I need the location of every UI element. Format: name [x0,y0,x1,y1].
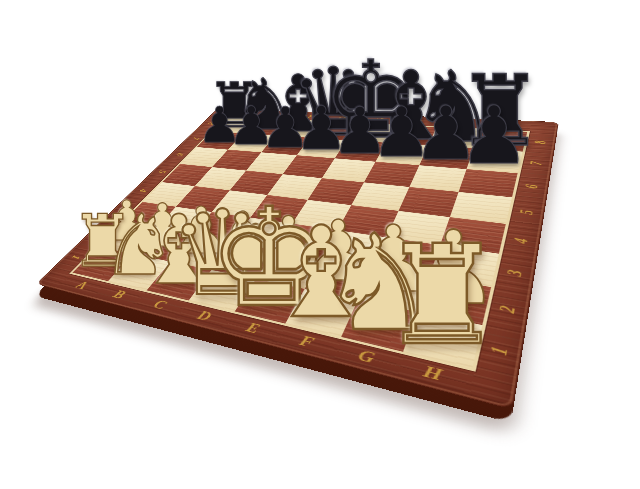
chess-set-photo: ABCDEFGH ABCDEFGH 87654321 87654321 ♜♞♝♛… [0,0,640,489]
file-label: D [322,113,363,122]
